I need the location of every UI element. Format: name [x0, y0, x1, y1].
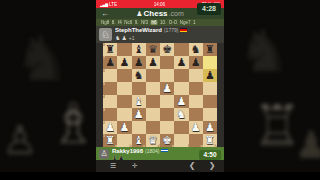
square-g6[interactable] [189, 69, 203, 82]
rank-label: 4 [103, 96, 105, 98]
white-king-piece[interactable]: ♚ [160, 134, 174, 147]
square-d6[interactable] [146, 69, 160, 82]
black-pawn-piece[interactable]: ♟ [174, 56, 188, 69]
square-b6[interactable] [117, 69, 131, 82]
square-e3[interactable] [160, 108, 174, 121]
bg-knight-left: ♞ [14, 28, 70, 90]
square-a7[interactable]: 7♟ [103, 56, 117, 69]
signal-icon: ▂▄▆ [100, 2, 107, 7]
status-time: 14:06 [154, 2, 165, 7]
move-token[interactable]: 9. [135, 20, 139, 25]
square-g5[interactable] [189, 82, 203, 95]
square-c4[interactable]: ♝ [132, 95, 146, 108]
square-a8[interactable]: 8♜ [103, 43, 117, 56]
square-f2[interactable] [174, 121, 188, 134]
captured-piece-icon: ♞ [115, 34, 120, 41]
square-h8[interactable]: ♜ [203, 43, 217, 56]
logo-suffix: .com [169, 10, 184, 17]
move-token[interactable]: 8. [112, 20, 116, 25]
black-bishop-piece[interactable]: ♝ [132, 43, 146, 56]
square-f1[interactable]: f [174, 134, 188, 147]
black-pawn-piece[interactable]: ♟ [117, 56, 131, 69]
square-e1[interactable]: e♚ [160, 134, 174, 147]
black-pawn-piece[interactable]: ♟ [132, 56, 146, 69]
square-a2[interactable]: 2♟ [103, 121, 117, 134]
black-pawn-piece[interactable]: ♟ [189, 56, 203, 69]
move-token[interactable]: Nf3 [141, 20, 148, 25]
white-pawn-piece[interactable]: ♟ [174, 95, 188, 108]
white-rook-piece[interactable]: ♜ [103, 134, 117, 147]
square-a3[interactable]: 3 [103, 108, 117, 121]
square-f3[interactable]: ♞ [174, 108, 188, 121]
square-d4[interactable] [146, 95, 160, 108]
black-pawn-piece[interactable]: ♟ [203, 69, 217, 82]
square-g7[interactable]: ♟ [189, 56, 203, 69]
flag-germany-icon [180, 28, 187, 32]
black-pawn-piece[interactable]: ♟ [146, 56, 160, 69]
move-token[interactable]: 10. [160, 20, 166, 25]
white-rook-piece[interactable]: ♜ [203, 134, 217, 147]
rank-label: 6 [103, 70, 105, 72]
square-c1[interactable]: c♝ [132, 134, 146, 147]
move-list[interactable]: Ng88.f4Nc69.Nf3h610.O-ONge71 [96, 19, 224, 26]
player-name-top[interactable]: StephTheWizard [115, 27, 162, 33]
square-d7[interactable]: ♟ [146, 56, 160, 69]
logo-pawn-icon: ♟ [136, 10, 142, 18]
white-knight-piece[interactable]: ♞ [174, 108, 188, 121]
square-c5[interactable] [132, 82, 146, 95]
menu-icon[interactable]: ☰ [106, 160, 120, 172]
move-token[interactable]: Nc6 [124, 20, 132, 25]
rank-label: 5 [103, 83, 105, 85]
white-pawn-piece[interactable]: ♟ [132, 108, 146, 121]
black-pawn-piece[interactable]: ♟ [103, 56, 117, 69]
square-g4[interactable] [189, 95, 203, 108]
square-e4[interactable] [160, 95, 174, 108]
clock-top: 4:28 [197, 3, 221, 15]
bg-pawn-right: ♟ [294, 126, 320, 164]
square-b5[interactable] [117, 82, 131, 95]
bg-bishop-left: ♗ [48, 96, 98, 152]
square-d1[interactable]: d♛ [146, 134, 160, 147]
square-b1[interactable]: b [117, 134, 131, 147]
square-f6[interactable] [174, 69, 188, 82]
square-h2[interactable]: ♟ [203, 121, 217, 134]
square-h6[interactable]: ♟ [203, 69, 217, 82]
player-rating-top: (1779) [164, 27, 178, 33]
square-d5[interactable] [146, 82, 160, 95]
analysis-plus-icon[interactable]: ✛ [128, 160, 142, 172]
square-h1[interactable]: h♜ [203, 134, 217, 147]
square-h4[interactable] [203, 95, 217, 108]
square-c8[interactable]: ♝ [132, 43, 146, 56]
square-f8[interactable] [174, 43, 188, 56]
black-queen-piece[interactable]: ♛ [146, 43, 160, 56]
square-b4[interactable] [117, 95, 131, 108]
square-e5[interactable]: ♟ [160, 82, 174, 95]
square-h3[interactable] [203, 108, 217, 121]
square-b3[interactable] [117, 108, 131, 121]
white-pawn-piece[interactable]: ♟ [189, 121, 203, 134]
avatar-top[interactable]: ♘ [99, 28, 112, 41]
captured-piece-icon: ♟ [121, 34, 126, 41]
square-a4[interactable]: 4 [103, 95, 117, 108]
captured-pieces-top: ♞♟+1 [115, 34, 224, 41]
square-a6[interactable]: 6 [103, 69, 117, 82]
phone-screen: ▂▄▆ LTE 14:06 33 % ← ♟ Chess .com Ng88.f… [96, 0, 224, 172]
white-bishop-piece[interactable]: ♝ [132, 95, 146, 108]
chess-board[interactable]: 8♜♝♛♚♞♜7♟♟♟♟♟♟6♞♟5♟4♝♟3♟♞2♟♟♟♟1a♜bc♝d♛e♚… [103, 43, 217, 147]
white-pawn-piece[interactable]: ♟ [160, 82, 174, 95]
network-label: LTE [109, 2, 117, 7]
square-a5[interactable]: 5 [103, 82, 117, 95]
bg-knight-right: ♞ [238, 22, 290, 80]
back-move-icon[interactable]: ❮ [184, 160, 200, 172]
square-c2[interactable] [132, 121, 146, 134]
square-b2[interactable]: ♟ [117, 121, 131, 134]
white-pawn-piece[interactable]: ♟ [103, 121, 117, 134]
move-token[interactable]: f4 [118, 20, 122, 25]
clock-bottom: 4:50 [199, 150, 221, 160]
square-f5[interactable] [174, 82, 188, 95]
player-rating-bottom: (1804) [145, 148, 159, 154]
square-g2[interactable]: ♟ [189, 121, 203, 134]
square-h7[interactable] [203, 56, 217, 69]
square-f4[interactable]: ♟ [174, 95, 188, 108]
square-g8[interactable]: ♞ [189, 43, 203, 56]
black-rook-piece[interactable]: ♜ [203, 43, 217, 56]
square-d8[interactable]: ♛ [146, 43, 160, 56]
bottom-toolbar: ☰✛❮❯ [96, 160, 224, 172]
square-g3[interactable] [189, 108, 203, 121]
square-e8[interactable]: ♚ [160, 43, 174, 56]
square-c3[interactable]: ♟ [132, 108, 146, 121]
square-a1[interactable]: 1a♜ [103, 134, 117, 147]
square-d2[interactable] [146, 121, 160, 134]
black-knight-piece[interactable]: ♞ [189, 43, 203, 56]
white-queen-piece[interactable]: ♛ [146, 134, 160, 147]
screenshot-canvas: ♞♗♙♞♖♟ ▂▄▆ LTE 14:06 33 % ← ♟ Chess .com [0, 0, 320, 180]
black-king-piece[interactable]: ♚ [160, 43, 174, 56]
square-e7[interactable] [160, 56, 174, 69]
square-g1[interactable]: g [189, 134, 203, 147]
forward-move-icon[interactable]: ❯ [204, 160, 220, 172]
black-knight-piece[interactable]: ♞ [132, 69, 146, 82]
letterbox-bottom-bar [0, 172, 320, 180]
player-bar-top: ♘ StephTheWizard (1779) ♞♟+1 [96, 26, 224, 43]
logo-text: Chess [144, 9, 168, 18]
move-token[interactable]: 1 [193, 20, 196, 25]
move-token[interactable]: Ng8 [101, 20, 109, 25]
flag-greece-icon [161, 149, 168, 153]
white-pawn-piece[interactable]: ♟ [117, 121, 131, 134]
square-c7[interactable]: ♟ [132, 56, 146, 69]
square-e6[interactable] [160, 69, 174, 82]
square-c6[interactable]: ♞ [132, 69, 146, 82]
square-h5[interactable] [203, 82, 217, 95]
square-f7[interactable]: ♟ [174, 56, 188, 69]
black-rook-piece[interactable]: ♜ [103, 43, 117, 56]
square-e2[interactable] [160, 121, 174, 134]
square-b7[interactable]: ♟ [117, 56, 131, 69]
move-token[interactable]: O-O [169, 20, 178, 25]
move-token[interactable]: Nge7 [180, 20, 191, 25]
avatar-bottom[interactable]: ♙ [99, 149, 109, 159]
square-b8[interactable] [117, 43, 131, 56]
square-d3[interactable] [146, 108, 160, 121]
move-token[interactable]: h6 [151, 20, 158, 25]
bg-pawn-left: ♙ [2, 120, 38, 160]
material-score: +1 [129, 35, 135, 41]
rank-label: 3 [103, 109, 105, 111]
white-pawn-piece[interactable]: ♟ [203, 121, 217, 134]
white-bishop-piece[interactable]: ♝ [132, 134, 146, 147]
